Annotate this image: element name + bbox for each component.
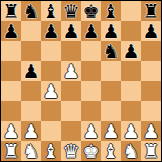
piece-white-pawn[interactable]: ♟	[22, 121, 39, 141]
chess-board-container: ♜♞♝♛♚♝♜♟♟♟♟♟♟♞♟♟♟♟♟♟♟♟♟♟♜♞♝♛♚♝♞♜	[0, 0, 162, 162]
piece-black-rook[interactable]: ♜	[142, 1, 159, 21]
square-b3[interactable]	[21, 101, 41, 121]
square-c2[interactable]	[41, 121, 61, 141]
square-c3[interactable]	[41, 101, 61, 121]
square-h8[interactable]: ♜	[141, 1, 161, 21]
piece-black-pawn[interactable]: ♟	[2, 21, 19, 41]
square-h3[interactable]	[141, 101, 161, 121]
square-g5[interactable]	[121, 61, 141, 81]
piece-black-pawn[interactable]: ♟	[122, 41, 139, 61]
square-h4[interactable]	[141, 81, 161, 101]
square-d8[interactable]: ♛	[61, 1, 81, 21]
square-e3[interactable]	[81, 101, 101, 121]
square-b1[interactable]: ♞	[21, 141, 41, 161]
piece-white-knight[interactable]: ♞	[22, 141, 39, 161]
square-f7[interactable]: ♟	[101, 21, 121, 41]
square-b7[interactable]	[21, 21, 41, 41]
piece-black-pawn[interactable]: ♟	[62, 21, 79, 41]
piece-white-pawn[interactable]: ♟	[102, 121, 119, 141]
square-d3[interactable]	[61, 101, 81, 121]
piece-black-knight[interactable]: ♞	[22, 1, 39, 21]
square-b2[interactable]: ♟	[21, 121, 41, 141]
piece-white-pawn[interactable]: ♟	[142, 121, 159, 141]
square-e5[interactable]	[81, 61, 101, 81]
piece-white-rook[interactable]: ♜	[2, 141, 19, 161]
square-a5[interactable]	[1, 61, 21, 81]
square-h2[interactable]: ♟	[141, 121, 161, 141]
square-f2[interactable]: ♟	[101, 121, 121, 141]
piece-white-pawn[interactable]: ♟	[2, 121, 19, 141]
square-d7[interactable]: ♟	[61, 21, 81, 41]
square-a1[interactable]: ♜	[1, 141, 21, 161]
square-c7[interactable]: ♟	[41, 21, 61, 41]
piece-white-queen[interactable]: ♛	[62, 141, 79, 161]
square-c5[interactable]	[41, 61, 61, 81]
square-e1[interactable]: ♚	[81, 141, 101, 161]
square-f3[interactable]	[101, 101, 121, 121]
piece-white-pawn[interactable]: ♟	[122, 121, 139, 141]
square-b4[interactable]	[21, 81, 41, 101]
piece-white-bishop[interactable]: ♝	[42, 141, 59, 161]
square-g7[interactable]	[121, 21, 141, 41]
piece-black-pawn[interactable]: ♟	[82, 21, 99, 41]
square-g2[interactable]: ♟	[121, 121, 141, 141]
square-b6[interactable]	[21, 41, 41, 61]
piece-black-rook[interactable]: ♜	[2, 1, 19, 21]
piece-white-rook[interactable]: ♜	[142, 141, 159, 161]
square-e2[interactable]: ♟	[81, 121, 101, 141]
square-f4[interactable]	[101, 81, 121, 101]
square-c8[interactable]: ♝	[41, 1, 61, 21]
piece-black-bishop[interactable]: ♝	[102, 1, 119, 21]
piece-black-pawn[interactable]: ♟	[142, 21, 159, 41]
square-d4[interactable]	[61, 81, 81, 101]
square-d6[interactable]	[61, 41, 81, 61]
square-f5[interactable]	[101, 61, 121, 81]
square-d5[interactable]: ♟	[61, 61, 81, 81]
square-h5[interactable]	[141, 61, 161, 81]
square-g8[interactable]	[121, 1, 141, 21]
piece-black-pawn[interactable]: ♟	[42, 21, 59, 41]
square-b8[interactable]: ♞	[21, 1, 41, 21]
piece-black-knight[interactable]: ♞	[102, 41, 119, 61]
square-e7[interactable]: ♟	[81, 21, 101, 41]
square-c1[interactable]: ♝	[41, 141, 61, 161]
square-e8[interactable]: ♚	[81, 1, 101, 21]
piece-black-bishop[interactable]: ♝	[42, 1, 59, 21]
piece-black-queen[interactable]: ♛	[62, 1, 79, 21]
square-f1[interactable]: ♝	[101, 141, 121, 161]
square-b5[interactable]: ♟	[21, 61, 41, 81]
square-a4[interactable]	[1, 81, 21, 101]
square-h6[interactable]	[141, 41, 161, 61]
square-a3[interactable]	[1, 101, 21, 121]
square-d1[interactable]: ♛	[61, 141, 81, 161]
chess-board: ♜♞♝♛♚♝♜♟♟♟♟♟♟♞♟♟♟♟♟♟♟♟♟♟♜♞♝♛♚♝♞♜	[0, 0, 162, 162]
piece-white-pawn[interactable]: ♟	[62, 61, 79, 81]
square-f8[interactable]: ♝	[101, 1, 121, 21]
square-g4[interactable]	[121, 81, 141, 101]
square-e4[interactable]	[81, 81, 101, 101]
square-h1[interactable]: ♜	[141, 141, 161, 161]
piece-white-king[interactable]: ♚	[82, 141, 99, 161]
square-a8[interactable]: ♜	[1, 1, 21, 21]
piece-white-bishop[interactable]: ♝	[102, 141, 119, 161]
piece-black-pawn[interactable]: ♟	[102, 21, 119, 41]
square-g6[interactable]: ♟	[121, 41, 141, 61]
square-h7[interactable]: ♟	[141, 21, 161, 41]
piece-white-pawn[interactable]: ♟	[42, 81, 59, 101]
square-c6[interactable]	[41, 41, 61, 61]
square-a2[interactable]: ♟	[1, 121, 21, 141]
square-a6[interactable]	[1, 41, 21, 61]
square-a7[interactable]: ♟	[1, 21, 21, 41]
piece-white-knight[interactable]: ♞	[122, 141, 139, 161]
square-e6[interactable]	[81, 41, 101, 61]
piece-white-pawn[interactable]: ♟	[82, 121, 99, 141]
square-g1[interactable]: ♞	[121, 141, 141, 161]
square-g3[interactable]	[121, 101, 141, 121]
square-d2[interactable]	[61, 121, 81, 141]
square-c4[interactable]: ♟	[41, 81, 61, 101]
piece-black-king[interactable]: ♚	[82, 1, 99, 21]
piece-black-pawn[interactable]: ♟	[22, 61, 39, 81]
square-f6[interactable]: ♞	[101, 41, 121, 61]
